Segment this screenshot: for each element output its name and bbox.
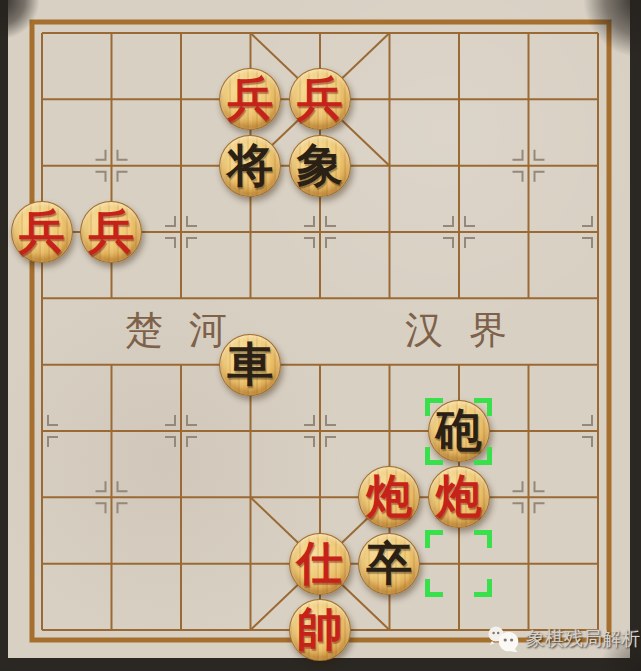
piece-glyph: 炮 [436, 473, 482, 519]
wechat-icon [486, 624, 522, 654]
piece-glyph: 兵 [227, 75, 273, 121]
piece-glyph: 車 [227, 341, 273, 387]
bracket-corner [474, 579, 492, 597]
piece-glyph: 炮 [366, 473, 412, 519]
piece-glyph: 象 [297, 142, 343, 188]
piece-glyph: 兵 [297, 75, 343, 121]
piece-red-soldier[interactable]: 兵 [289, 68, 351, 130]
piece-black-general[interactable]: 将 [219, 135, 281, 197]
piece-red-advisor[interactable]: 仕 [289, 533, 351, 595]
piece-red-soldier[interactable]: 兵 [11, 201, 73, 263]
piece-glyph: 兵 [88, 208, 134, 254]
bracket-corner [425, 530, 443, 548]
piece-red-soldier[interactable]: 兵 [219, 68, 281, 130]
app-window: 楚河 汉界 兵兵将象兵兵車砲炮炮仕卒帥 象棋残局解析 [0, 0, 641, 671]
bracket-corner [425, 579, 443, 597]
piece-red-cannon[interactable]: 炮 [428, 466, 490, 528]
move-origin-bracket[interactable] [425, 530, 492, 597]
piece-glyph: 帥 [297, 606, 343, 652]
bracket-corner [425, 398, 443, 416]
piece-red-soldier[interactable]: 兵 [80, 201, 142, 263]
piece-glyph: 将 [227, 142, 273, 188]
selection-bracket[interactable] [425, 398, 492, 465]
bracket-corner [474, 530, 492, 548]
piece-glyph: 仕 [297, 540, 343, 586]
piece-red-cannon[interactable]: 炮 [358, 466, 420, 528]
piece-black-chariot[interactable]: 車 [219, 334, 281, 396]
bracket-corner [474, 447, 492, 465]
piece-red-general[interactable]: 帥 [289, 599, 351, 661]
piece-black-elephant[interactable]: 象 [289, 135, 351, 197]
piece-glyph: 卒 [366, 540, 412, 586]
piece-glyph: 兵 [19, 208, 65, 254]
watermark: 象棋残局解析 [486, 624, 640, 654]
piece-black-soldier[interactable]: 卒 [358, 533, 420, 595]
bracket-corner [425, 447, 443, 465]
pieces-layer: 兵兵将象兵兵車砲炮炮仕卒帥 [7, 0, 633, 664]
bracket-corner [474, 398, 492, 416]
watermark-text: 象棋残局解析 [526, 626, 640, 652]
